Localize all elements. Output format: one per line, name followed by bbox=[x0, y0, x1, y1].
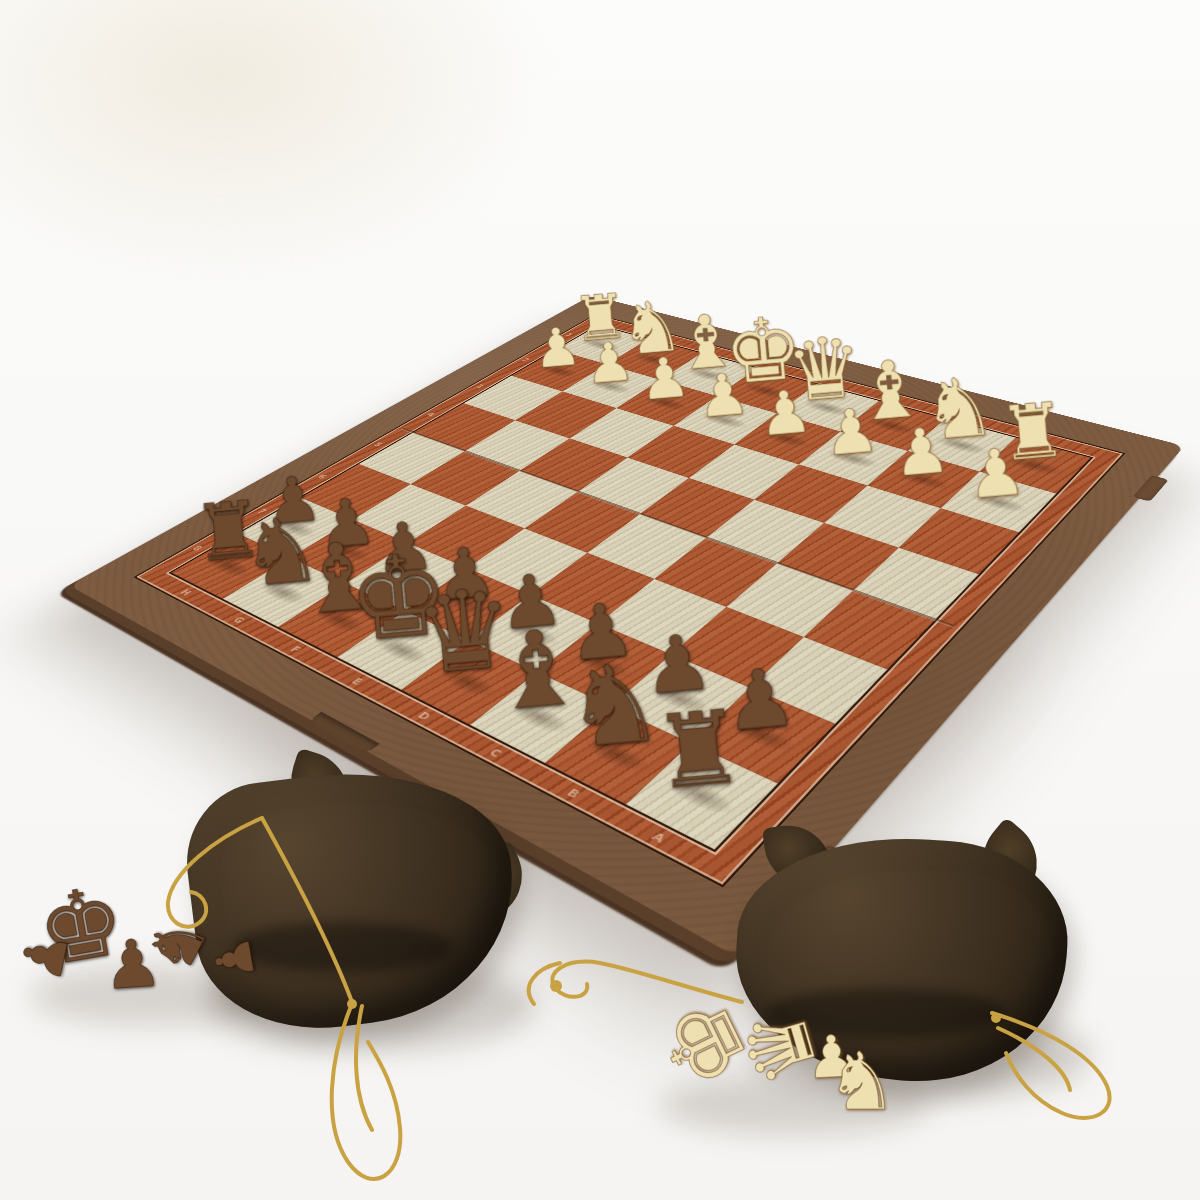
product-photo: { "game": "chess", "position": { "fen": … bbox=[0, 0, 1200, 1200]
bag-fold-shadow bbox=[766, 988, 1006, 1038]
piece-ground-shadow bbox=[721, 713, 803, 759]
cord-knot bbox=[550, 980, 562, 992]
piece-ground-shadow bbox=[658, 771, 743, 822]
right-bag-cord bbox=[552, 962, 742, 1002]
bag-body bbox=[178, 753, 528, 1042]
piece-ground-shadow bbox=[432, 662, 504, 702]
piece-ground-shadow bbox=[641, 678, 719, 720]
piece-ground-shadow bbox=[566, 645, 639, 684]
piece-ground-shadow bbox=[497, 615, 567, 652]
bag-fold-shadow bbox=[232, 922, 452, 972]
right-spill-shadow bbox=[660, 1075, 930, 1135]
black-pieces-bag bbox=[192, 772, 514, 1024]
piece-ground-shadow bbox=[963, 488, 1033, 517]
right-bag-cord bbox=[529, 963, 560, 1004]
spilled-black-king: ♚ bbox=[30, 871, 131, 980]
piece-ground-shadow bbox=[368, 632, 436, 670]
black-pawn: ♟ bbox=[592, 509, 753, 703]
piece-ground-shadow bbox=[433, 587, 499, 621]
white-pieces-bag bbox=[736, 838, 1066, 1080]
piece-ground-shadow bbox=[577, 732, 657, 779]
